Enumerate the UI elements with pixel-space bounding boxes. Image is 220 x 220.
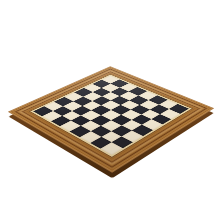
chessboard xyxy=(8,66,214,173)
board-photo xyxy=(0,0,220,220)
chessboard-scene xyxy=(0,0,220,220)
